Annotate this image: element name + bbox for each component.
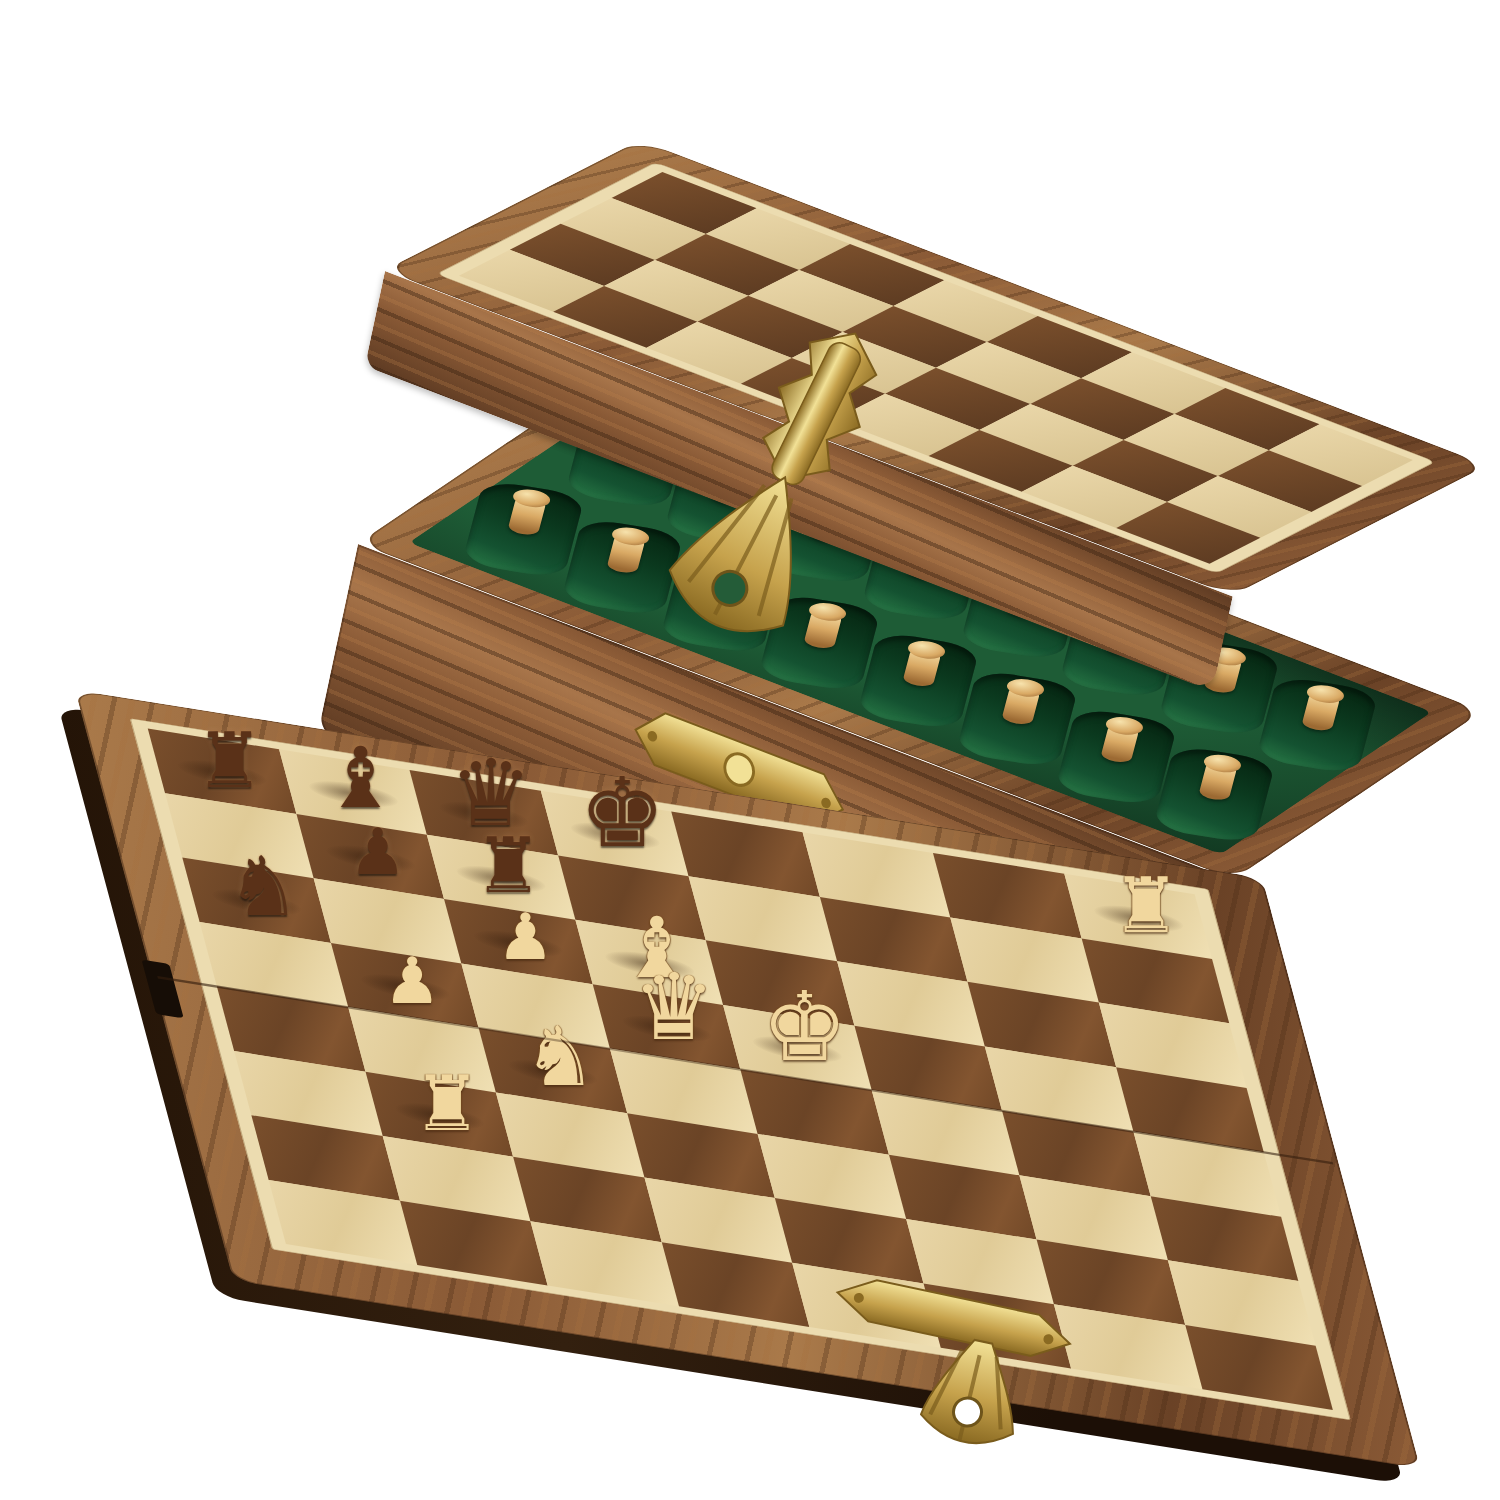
dark-king: ♚ <box>556 765 689 861</box>
stored-piece <box>1001 685 1041 726</box>
piece-pocket <box>955 669 1078 769</box>
light-pawn: ♟ <box>459 905 592 969</box>
piece-pocket <box>1256 675 1379 775</box>
dark-bishop: ♝ <box>294 735 427 819</box>
light-pawn: ♟ <box>346 949 479 1013</box>
piece-pocket <box>857 631 980 731</box>
product-photo-scene: ♜♝♛♚♜♟♜♞♟♝♟♛♚♞♜ <box>0 0 1500 1500</box>
light-knight: ♞ <box>494 1016 627 1098</box>
stored-piece <box>507 495 547 536</box>
stored-piece <box>1198 760 1238 801</box>
stored-piece <box>902 647 942 688</box>
dark-pawn: ♟ <box>311 820 444 884</box>
light-rook: ♜ <box>380 1065 513 1141</box>
dark-rook: ♜ <box>442 828 575 904</box>
piece-pocket <box>1054 707 1177 807</box>
light-rook: ♜ <box>1079 868 1212 944</box>
dark-rook: ♜ <box>163 722 296 798</box>
piece-pocket <box>462 479 585 579</box>
light-queen: ♛ <box>607 962 740 1054</box>
stored-piece <box>1301 691 1341 732</box>
dark-knight: ♞ <box>197 845 330 927</box>
stored-piece <box>1099 722 1139 763</box>
light-king: ♚ <box>738 979 871 1075</box>
piece-pocket <box>1153 745 1276 845</box>
